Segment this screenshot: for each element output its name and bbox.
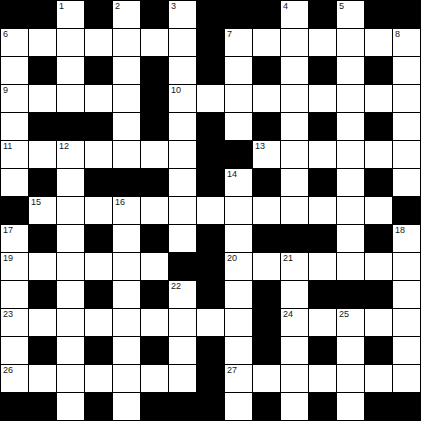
cell-r6c10[interactable] bbox=[281, 169, 308, 196]
clue-number-1: 1 bbox=[59, 1, 64, 11]
cell-r12c2[interactable] bbox=[57, 337, 84, 364]
clue-number-26: 26 bbox=[3, 365, 13, 375]
cell-r13c1[interactable] bbox=[29, 365, 56, 392]
black-cell-r10c11 bbox=[309, 281, 336, 308]
black-cell-r12c5 bbox=[141, 337, 168, 364]
cell-r2c8[interactable] bbox=[225, 57, 252, 84]
black-cell-r4c2 bbox=[57, 113, 84, 140]
cell-r14c4[interactable] bbox=[113, 393, 140, 420]
cell-r6c8[interactable]: 14 bbox=[225, 169, 252, 196]
cell-r10c14[interactable] bbox=[393, 281, 420, 308]
cell-r5c6[interactable] bbox=[169, 141, 196, 168]
black-cell-r10c1 bbox=[29, 281, 56, 308]
cell-r10c4[interactable] bbox=[113, 281, 140, 308]
cell-r8c12[interactable] bbox=[337, 225, 364, 252]
cell-r3c8[interactable] bbox=[225, 85, 252, 112]
black-cell-r2c11 bbox=[309, 57, 336, 84]
cell-r12c12[interactable] bbox=[337, 337, 364, 364]
cell-r6c6[interactable] bbox=[169, 169, 196, 196]
cell-r13c3[interactable] bbox=[85, 365, 112, 392]
cell-r12c8[interactable] bbox=[225, 337, 252, 364]
cell-r10c8[interactable] bbox=[225, 281, 252, 308]
clue-number-20: 20 bbox=[227, 253, 237, 263]
cell-r13c10[interactable] bbox=[281, 365, 308, 392]
cell-r9c1[interactable] bbox=[29, 253, 56, 280]
black-cell-r12c13 bbox=[365, 337, 392, 364]
black-cell-r9c6 bbox=[169, 253, 196, 280]
black-cell-r7c0 bbox=[1, 197, 28, 224]
cell-r13c5[interactable] bbox=[141, 365, 168, 392]
black-cell-r12c11 bbox=[309, 337, 336, 364]
black-cell-r14c13 bbox=[365, 393, 392, 420]
cell-r9c14[interactable] bbox=[393, 253, 420, 280]
cell-r8c4[interactable] bbox=[113, 225, 140, 252]
cell-r5c5[interactable] bbox=[141, 141, 168, 168]
black-cell-r0c3 bbox=[85, 1, 112, 28]
clue-number-7: 7 bbox=[227, 29, 232, 39]
black-cell-r12c9 bbox=[253, 337, 280, 364]
clue-number-22: 22 bbox=[171, 281, 181, 291]
cell-r9c5[interactable] bbox=[141, 253, 168, 280]
cell-r1c8[interactable]: 7 bbox=[225, 29, 252, 56]
clue-number-13: 13 bbox=[255, 141, 265, 151]
black-cell-r8c11 bbox=[309, 225, 336, 252]
cell-r0c12[interactable]: 5 bbox=[337, 1, 364, 28]
cell-r11c12[interactable]: 25 bbox=[337, 309, 364, 336]
cell-r4c0[interactable] bbox=[1, 113, 28, 140]
black-cell-r8c10 bbox=[281, 225, 308, 252]
cell-r13c11[interactable] bbox=[309, 365, 336, 392]
cell-r12c0[interactable] bbox=[1, 337, 28, 364]
cell-r10c2[interactable] bbox=[57, 281, 84, 308]
cell-r12c6[interactable] bbox=[169, 337, 196, 364]
clue-number-15: 15 bbox=[31, 197, 41, 207]
black-cell-r2c7 bbox=[197, 57, 224, 84]
cell-r13c13[interactable] bbox=[365, 365, 392, 392]
cell-r7c13[interactable] bbox=[365, 197, 392, 224]
cell-r11c10[interactable]: 24 bbox=[281, 309, 308, 336]
black-cell-r2c5 bbox=[141, 57, 168, 84]
black-cell-r6c9 bbox=[253, 169, 280, 196]
black-cell-r6c3 bbox=[85, 169, 112, 196]
clue-number-19: 19 bbox=[3, 253, 13, 263]
cell-r5c12[interactable] bbox=[337, 141, 364, 168]
cell-r5c11[interactable] bbox=[309, 141, 336, 168]
cell-r7c7[interactable] bbox=[197, 197, 224, 224]
cell-r13c14[interactable] bbox=[393, 365, 420, 392]
cell-r13c12[interactable] bbox=[337, 365, 364, 392]
clue-number-24: 24 bbox=[283, 309, 293, 319]
cell-r9c0[interactable]: 19 bbox=[1, 253, 28, 280]
cell-r8c2[interactable] bbox=[57, 225, 84, 252]
cell-r1c14[interactable]: 8 bbox=[393, 29, 420, 56]
clue-number-6: 6 bbox=[3, 29, 8, 39]
cell-r11c3[interactable] bbox=[85, 309, 112, 336]
black-cell-r10c12 bbox=[337, 281, 364, 308]
black-cell-r10c5 bbox=[141, 281, 168, 308]
cell-r5c14[interactable] bbox=[393, 141, 420, 168]
cell-r8c0[interactable]: 17 bbox=[1, 225, 28, 252]
black-cell-r13c7 bbox=[197, 365, 224, 392]
black-cell-r1c7 bbox=[197, 29, 224, 56]
crossword-grid: 1234567891011121314151617181920212223242… bbox=[0, 0, 421, 421]
cell-r6c0[interactable] bbox=[1, 169, 28, 196]
cell-r9c8[interactable]: 20 bbox=[225, 253, 252, 280]
cell-r10c0[interactable] bbox=[1, 281, 28, 308]
cell-r2c0[interactable] bbox=[1, 57, 28, 84]
clue-number-11: 11 bbox=[3, 141, 12, 151]
black-cell-r0c9 bbox=[253, 1, 280, 28]
cell-r2c14[interactable] bbox=[393, 57, 420, 84]
clue-number-23: 23 bbox=[3, 309, 13, 319]
black-cell-r2c13 bbox=[365, 57, 392, 84]
black-cell-r5c7 bbox=[197, 141, 224, 168]
cell-r5c4[interactable] bbox=[113, 141, 140, 168]
cell-r1c4[interactable] bbox=[113, 29, 140, 56]
cell-r5c2[interactable]: 12 bbox=[57, 141, 84, 168]
cell-r13c0[interactable]: 26 bbox=[1, 365, 28, 392]
black-cell-r3c5 bbox=[141, 85, 168, 112]
cell-r7c10[interactable] bbox=[281, 197, 308, 224]
black-cell-r14c5 bbox=[141, 393, 168, 420]
cell-r13c2[interactable] bbox=[57, 365, 84, 392]
cell-r2c12[interactable] bbox=[337, 57, 364, 84]
black-cell-r6c4 bbox=[113, 169, 140, 196]
cell-r2c4[interactable] bbox=[113, 57, 140, 84]
cell-r7c11[interactable] bbox=[309, 197, 336, 224]
black-cell-r14c11 bbox=[309, 393, 336, 420]
cell-r3c14[interactable] bbox=[393, 85, 420, 112]
cell-r12c10[interactable] bbox=[281, 337, 308, 364]
cell-r4c14[interactable] bbox=[393, 113, 420, 140]
cell-r11c1[interactable] bbox=[29, 309, 56, 336]
cell-r11c4[interactable] bbox=[113, 309, 140, 336]
cell-r4c12[interactable] bbox=[337, 113, 364, 140]
cell-r3c13[interactable] bbox=[365, 85, 392, 112]
cell-r8c8[interactable] bbox=[225, 225, 252, 252]
black-cell-r6c5 bbox=[141, 169, 168, 196]
cell-r4c6[interactable] bbox=[169, 113, 196, 140]
cell-r11c2[interactable] bbox=[57, 309, 84, 336]
cell-r8c6[interactable] bbox=[169, 225, 196, 252]
cell-r3c6[interactable]: 10 bbox=[169, 85, 196, 112]
cell-r1c3[interactable] bbox=[85, 29, 112, 56]
black-cell-r4c1 bbox=[29, 113, 56, 140]
cell-r11c0[interactable]: 23 bbox=[1, 309, 28, 336]
black-cell-r8c9 bbox=[253, 225, 280, 252]
cell-r1c13[interactable] bbox=[365, 29, 392, 56]
cell-r1c5[interactable] bbox=[141, 29, 168, 56]
black-cell-r0c5 bbox=[141, 1, 168, 28]
black-cell-r6c7 bbox=[197, 169, 224, 196]
black-cell-r4c9 bbox=[253, 113, 280, 140]
clue-number-8: 8 bbox=[395, 29, 400, 39]
cell-r1c1[interactable] bbox=[29, 29, 56, 56]
cell-r8c14[interactable]: 18 bbox=[393, 225, 420, 252]
clue-number-3: 3 bbox=[171, 1, 176, 11]
clue-number-4: 4 bbox=[283, 1, 288, 11]
cell-r10c6[interactable]: 22 bbox=[169, 281, 196, 308]
cell-r9c9[interactable] bbox=[253, 253, 280, 280]
clue-number-14: 14 bbox=[227, 169, 237, 179]
cell-r3c12[interactable] bbox=[337, 85, 364, 112]
cell-r1c2[interactable] bbox=[57, 29, 84, 56]
cell-r3c1[interactable] bbox=[29, 85, 56, 112]
black-cell-r2c1 bbox=[29, 57, 56, 84]
clue-number-25: 25 bbox=[339, 309, 349, 319]
cell-r7c1[interactable]: 15 bbox=[29, 197, 56, 224]
clue-number-21: 21 bbox=[283, 253, 293, 263]
clue-number-18: 18 bbox=[395, 225, 405, 235]
clue-number-10: 10 bbox=[171, 85, 181, 95]
cell-r5c1[interactable] bbox=[29, 141, 56, 168]
cell-r7c2[interactable] bbox=[57, 197, 84, 224]
black-cell-r10c7 bbox=[197, 281, 224, 308]
black-cell-r12c3 bbox=[85, 337, 112, 364]
cell-r10c10[interactable] bbox=[281, 281, 308, 308]
black-cell-r4c5 bbox=[141, 113, 168, 140]
black-cell-r11c9 bbox=[253, 309, 280, 336]
black-cell-r8c5 bbox=[141, 225, 168, 252]
clue-number-17: 17 bbox=[3, 225, 13, 235]
cell-r3c11[interactable] bbox=[309, 85, 336, 112]
black-cell-r0c14 bbox=[393, 1, 420, 28]
cell-r3c3[interactable] bbox=[85, 85, 112, 112]
cell-r0c4[interactable]: 2 bbox=[113, 1, 140, 28]
cell-r7c12[interactable] bbox=[337, 197, 364, 224]
cell-r14c2[interactable] bbox=[57, 393, 84, 420]
black-cell-r10c13 bbox=[365, 281, 392, 308]
black-cell-r12c1 bbox=[29, 337, 56, 364]
cell-r9c2[interactable] bbox=[57, 253, 84, 280]
black-cell-r8c3 bbox=[85, 225, 112, 252]
black-cell-r0c11 bbox=[309, 1, 336, 28]
black-cell-r0c13 bbox=[365, 1, 392, 28]
cell-r13c8[interactable]: 27 bbox=[225, 365, 252, 392]
black-cell-r2c3 bbox=[85, 57, 112, 84]
black-cell-r6c1 bbox=[29, 169, 56, 196]
cell-r9c3[interactable] bbox=[85, 253, 112, 280]
cell-r1c10[interactable] bbox=[281, 29, 308, 56]
clue-number-5: 5 bbox=[339, 1, 344, 11]
cell-r5c3[interactable] bbox=[85, 141, 112, 168]
cell-r5c0[interactable]: 11 bbox=[1, 141, 28, 168]
black-cell-r14c9 bbox=[253, 393, 280, 420]
cell-r12c4[interactable] bbox=[113, 337, 140, 364]
cell-r9c10[interactable]: 21 bbox=[281, 253, 308, 280]
black-cell-r0c7 bbox=[197, 1, 224, 28]
cell-r11c11[interactable] bbox=[309, 309, 336, 336]
cell-r3c2[interactable] bbox=[57, 85, 84, 112]
cell-r14c12[interactable] bbox=[337, 393, 364, 420]
clue-number-27: 27 bbox=[227, 365, 237, 375]
cell-r13c4[interactable] bbox=[113, 365, 140, 392]
cell-r3c9[interactable] bbox=[253, 85, 280, 112]
cell-r13c6[interactable] bbox=[169, 365, 196, 392]
black-cell-r14c3 bbox=[85, 393, 112, 420]
black-cell-r8c13 bbox=[365, 225, 392, 252]
black-cell-r14c1 bbox=[29, 393, 56, 420]
cell-r0c10[interactable]: 4 bbox=[281, 1, 308, 28]
black-cell-r6c13 bbox=[365, 169, 392, 196]
black-cell-r2c9 bbox=[253, 57, 280, 84]
black-cell-r10c3 bbox=[85, 281, 112, 308]
black-cell-r0c0 bbox=[1, 1, 28, 28]
cell-r11c8[interactable] bbox=[225, 309, 252, 336]
cell-r5c10[interactable] bbox=[281, 141, 308, 168]
cell-r2c6[interactable] bbox=[169, 57, 196, 84]
black-cell-r0c8 bbox=[225, 1, 252, 28]
black-cell-r14c7 bbox=[197, 393, 224, 420]
cell-r1c0[interactable]: 6 bbox=[1, 29, 28, 56]
cell-r6c14[interactable] bbox=[393, 169, 420, 196]
cell-r11c14[interactable] bbox=[393, 309, 420, 336]
black-cell-r6c11 bbox=[309, 169, 336, 196]
cell-r11c7[interactable] bbox=[197, 309, 224, 336]
cell-r7c6[interactable] bbox=[169, 197, 196, 224]
clue-number-12: 12 bbox=[59, 141, 69, 151]
black-cell-r8c1 bbox=[29, 225, 56, 252]
cell-r7c4[interactable]: 16 bbox=[113, 197, 140, 224]
cell-r7c9[interactable] bbox=[253, 197, 280, 224]
black-cell-r14c6 bbox=[169, 393, 196, 420]
cell-r9c4[interactable] bbox=[113, 253, 140, 280]
cell-r4c10[interactable] bbox=[281, 113, 308, 140]
black-cell-r4c3 bbox=[85, 113, 112, 140]
cell-r1c11[interactable] bbox=[309, 29, 336, 56]
cell-r11c13[interactable] bbox=[365, 309, 392, 336]
cell-r1c12[interactable] bbox=[337, 29, 364, 56]
cell-r5c9[interactable]: 13 bbox=[253, 141, 280, 168]
cell-r3c7[interactable] bbox=[197, 85, 224, 112]
cell-r11c5[interactable] bbox=[141, 309, 168, 336]
cell-r9c11[interactable] bbox=[309, 253, 336, 280]
cell-r3c0[interactable]: 9 bbox=[1, 85, 28, 112]
black-cell-r5c8 bbox=[225, 141, 252, 168]
cell-r11c6[interactable] bbox=[169, 309, 196, 336]
black-cell-r7c14 bbox=[393, 197, 420, 224]
cell-r9c12[interactable] bbox=[337, 253, 364, 280]
cell-r1c9[interactable] bbox=[253, 29, 280, 56]
cell-r9c13[interactable] bbox=[365, 253, 392, 280]
black-cell-r0c1 bbox=[29, 1, 56, 28]
black-cell-r4c11 bbox=[309, 113, 336, 140]
cell-r7c8[interactable] bbox=[225, 197, 252, 224]
black-cell-r9c7 bbox=[197, 253, 224, 280]
clue-number-2: 2 bbox=[115, 1, 120, 11]
cell-r3c4[interactable] bbox=[113, 85, 140, 112]
clue-number-9: 9 bbox=[3, 85, 8, 95]
cell-r6c12[interactable] bbox=[337, 169, 364, 196]
cell-r6c2[interactable] bbox=[57, 169, 84, 196]
cell-r3c10[interactable] bbox=[281, 85, 308, 112]
black-cell-r14c0 bbox=[1, 393, 28, 420]
black-cell-r8c7 bbox=[197, 225, 224, 252]
cell-r5c13[interactable] bbox=[365, 141, 392, 168]
cell-r7c5[interactable] bbox=[141, 197, 168, 224]
cell-r14c8[interactable] bbox=[225, 393, 252, 420]
black-cell-r12c7 bbox=[197, 337, 224, 364]
cell-r7c3[interactable] bbox=[85, 197, 112, 224]
clue-number-16: 16 bbox=[115, 197, 125, 207]
black-cell-r10c9 bbox=[253, 281, 280, 308]
cell-r2c10[interactable] bbox=[281, 57, 308, 84]
black-cell-r4c13 bbox=[365, 113, 392, 140]
black-cell-r14c14 bbox=[393, 393, 420, 420]
cell-r4c8[interactable] bbox=[225, 113, 252, 140]
cell-r1c6[interactable] bbox=[169, 29, 196, 56]
cell-r14c10[interactable] bbox=[281, 393, 308, 420]
cell-r0c2[interactable]: 1 bbox=[57, 1, 84, 28]
cell-r13c9[interactable] bbox=[253, 365, 280, 392]
black-cell-r4c7 bbox=[197, 113, 224, 140]
cell-r0c6[interactable]: 3 bbox=[169, 1, 196, 28]
cell-r4c4[interactable] bbox=[113, 113, 140, 140]
cell-r12c14[interactable] bbox=[393, 337, 420, 364]
cell-r2c2[interactable] bbox=[57, 57, 84, 84]
